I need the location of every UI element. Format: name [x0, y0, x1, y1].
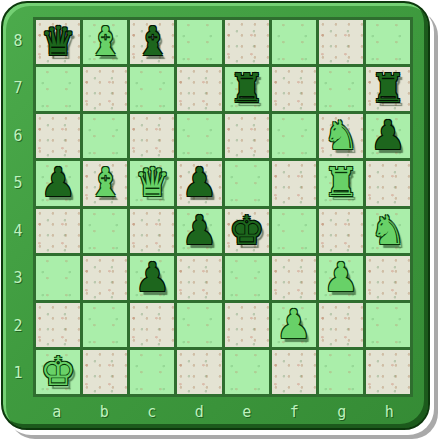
- piece-black-king[interactable]: ♚: [229, 210, 265, 250]
- square-f7[interactable]: [272, 67, 316, 111]
- square-d5[interactable]: ♟: [177, 161, 221, 205]
- piece-white-king[interactable]: ♚: [40, 351, 76, 391]
- square-h6[interactable]: ♟: [366, 114, 410, 158]
- square-g2[interactable]: [319, 303, 363, 347]
- rank-label-2: 2: [3, 302, 33, 350]
- square-f3[interactable]: [272, 256, 316, 300]
- piece-black-rook[interactable]: ♜: [229, 68, 265, 108]
- square-e4[interactable]: ♚: [225, 209, 269, 253]
- rank-label-8: 8: [3, 17, 33, 65]
- square-a7[interactable]: [36, 67, 80, 111]
- square-c1[interactable]: [130, 350, 174, 394]
- rank-labels: 87654321: [3, 17, 33, 397]
- square-e7[interactable]: ♜: [225, 67, 269, 111]
- square-g7[interactable]: [319, 67, 363, 111]
- piece-white-rook[interactable]: ♜: [323, 162, 359, 202]
- square-d3[interactable]: [177, 256, 221, 300]
- square-c7[interactable]: [130, 67, 174, 111]
- square-h2[interactable]: [366, 303, 410, 347]
- square-f2[interactable]: ♟: [272, 303, 316, 347]
- square-c4[interactable]: [130, 209, 174, 253]
- piece-black-pawn[interactable]: ♟: [134, 257, 170, 297]
- piece-black-pawn[interactable]: ♟: [370, 115, 406, 155]
- square-c8[interactable]: ♝: [130, 20, 174, 64]
- rank-label-7: 7: [3, 65, 33, 113]
- square-d4[interactable]: ♟: [177, 209, 221, 253]
- square-g5[interactable]: ♜: [319, 161, 363, 205]
- square-f5[interactable]: [272, 161, 316, 205]
- square-a6[interactable]: [36, 114, 80, 158]
- square-b4[interactable]: [83, 209, 127, 253]
- square-d1[interactable]: [177, 350, 221, 394]
- piece-white-pawn[interactable]: ♟: [323, 257, 359, 297]
- square-a2[interactable]: [36, 303, 80, 347]
- square-a5[interactable]: ♟: [36, 161, 80, 205]
- square-h7[interactable]: ♜: [366, 67, 410, 111]
- piece-white-bishop[interactable]: ♝: [87, 162, 123, 202]
- square-b5[interactable]: ♝: [83, 161, 127, 205]
- chess-board: ♛♝♝♜♜♞♟♟♝♛♟♜♟♚♞♟♟♟♚: [33, 17, 413, 397]
- rank-label-5: 5: [3, 160, 33, 208]
- square-g3[interactable]: ♟: [319, 256, 363, 300]
- file-label-c: c: [128, 397, 176, 427]
- square-c3[interactable]: ♟: [130, 256, 174, 300]
- file-labels: abcdefgh: [33, 397, 413, 427]
- piece-black-rook[interactable]: ♜: [370, 68, 406, 108]
- piece-white-knight[interactable]: ♞: [323, 115, 359, 155]
- square-e1[interactable]: [225, 350, 269, 394]
- file-label-e: e: [223, 397, 271, 427]
- square-e3[interactable]: [225, 256, 269, 300]
- rank-label-6: 6: [3, 112, 33, 160]
- chess-app-window: 87654321 ♛♝♝♜♜♞♟♟♝♛♟♜♟♚♞♟♟♟♚ abcdefgh: [0, 0, 444, 442]
- square-b6[interactable]: [83, 114, 127, 158]
- square-f1[interactable]: [272, 350, 316, 394]
- piece-white-queen[interactable]: ♛: [134, 162, 170, 202]
- file-label-d: d: [176, 397, 224, 427]
- square-d6[interactable]: [177, 114, 221, 158]
- file-label-b: b: [81, 397, 129, 427]
- square-c5[interactable]: ♛: [130, 161, 174, 205]
- square-a8[interactable]: ♛: [36, 20, 80, 64]
- square-d7[interactable]: [177, 67, 221, 111]
- piece-white-bishop[interactable]: ♝: [87, 21, 123, 61]
- square-b1[interactable]: [83, 350, 127, 394]
- square-a3[interactable]: [36, 256, 80, 300]
- piece-black-bishop[interactable]: ♝: [134, 21, 170, 61]
- square-f8[interactable]: [272, 20, 316, 64]
- square-b7[interactable]: [83, 67, 127, 111]
- square-h8[interactable]: [366, 20, 410, 64]
- square-a1[interactable]: ♚: [36, 350, 80, 394]
- piece-white-knight[interactable]: ♞: [370, 210, 406, 250]
- square-a4[interactable]: [36, 209, 80, 253]
- square-h1[interactable]: [366, 350, 410, 394]
- square-g6[interactable]: ♞: [319, 114, 363, 158]
- square-e2[interactable]: [225, 303, 269, 347]
- file-label-g: g: [318, 397, 366, 427]
- rank-label-3: 3: [3, 255, 33, 303]
- piece-black-pawn[interactable]: ♟: [182, 210, 218, 250]
- square-g1[interactable]: [319, 350, 363, 394]
- square-h5[interactable]: [366, 161, 410, 205]
- square-b2[interactable]: [83, 303, 127, 347]
- square-f4[interactable]: [272, 209, 316, 253]
- square-c2[interactable]: [130, 303, 174, 347]
- square-e8[interactable]: [225, 20, 269, 64]
- square-g4[interactable]: [319, 209, 363, 253]
- square-h3[interactable]: [366, 256, 410, 300]
- piece-black-pawn[interactable]: ♟: [40, 162, 76, 202]
- file-label-h: h: [366, 397, 414, 427]
- square-d2[interactable]: [177, 303, 221, 347]
- square-f6[interactable]: [272, 114, 316, 158]
- square-d8[interactable]: [177, 20, 221, 64]
- piece-white-pawn[interactable]: ♟: [276, 304, 312, 344]
- file-label-f: f: [271, 397, 319, 427]
- square-b3[interactable]: [83, 256, 127, 300]
- square-e6[interactable]: [225, 114, 269, 158]
- square-b8[interactable]: ♝: [83, 20, 127, 64]
- piece-black-pawn[interactable]: ♟: [182, 162, 218, 202]
- rank-label-1: 1: [3, 350, 33, 398]
- square-g8[interactable]: [319, 20, 363, 64]
- square-e5[interactable]: [225, 161, 269, 205]
- square-h4[interactable]: ♞: [366, 209, 410, 253]
- square-c6[interactable]: [130, 114, 174, 158]
- rank-label-4: 4: [3, 207, 33, 255]
- piece-black-queen[interactable]: ♛: [40, 21, 76, 61]
- file-label-a: a: [33, 397, 81, 427]
